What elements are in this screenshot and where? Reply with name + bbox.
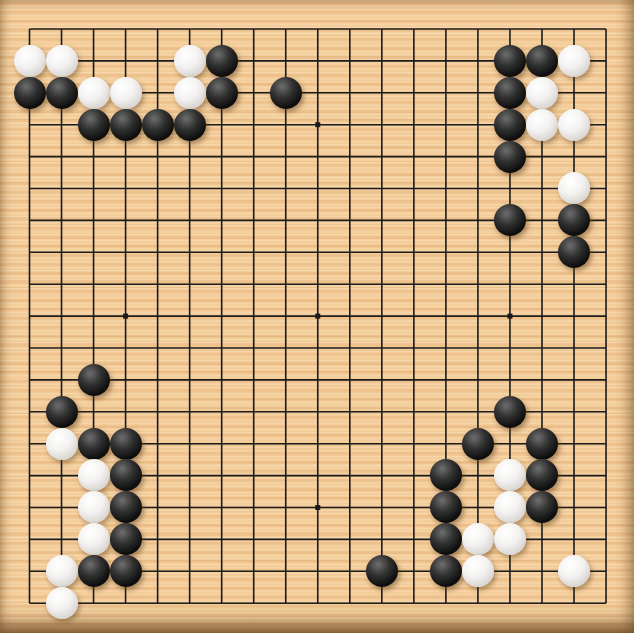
intersection-H18[interactable] — [238, 45, 270, 77]
intersection-L10[interactable] — [334, 300, 366, 332]
intersection-D13[interactable] — [110, 204, 142, 236]
intersection-E17[interactable] — [142, 77, 174, 109]
intersection-T5[interactable] — [590, 459, 622, 491]
intersection-Q16[interactable] — [494, 109, 526, 141]
intersection-H11[interactable] — [238, 268, 270, 300]
intersection-F19[interactable] — [174, 13, 206, 45]
intersection-K11[interactable] — [302, 268, 334, 300]
intersection-G17[interactable] — [206, 77, 238, 109]
intersection-G2[interactable] — [206, 555, 238, 587]
intersection-P10[interactable] — [462, 300, 494, 332]
intersection-D11[interactable] — [110, 268, 142, 300]
intersection-J14[interactable] — [270, 172, 302, 204]
intersection-K3[interactable] — [302, 523, 334, 555]
intersection-O2[interactable] — [430, 555, 462, 587]
intersection-T19[interactable] — [590, 13, 622, 45]
intersection-F4[interactable] — [174, 491, 206, 523]
intersection-A8[interactable] — [14, 364, 46, 396]
intersection-N5[interactable] — [398, 459, 430, 491]
intersection-J7[interactable] — [270, 396, 302, 428]
intersection-K16[interactable] — [302, 109, 334, 141]
intersection-T1[interactable] — [590, 587, 622, 619]
intersection-H6[interactable] — [238, 428, 270, 460]
intersection-N6[interactable] — [398, 428, 430, 460]
intersection-O8[interactable] — [430, 364, 462, 396]
intersection-C8[interactable] — [78, 364, 110, 396]
intersection-A1[interactable] — [14, 587, 46, 619]
intersection-E16[interactable] — [142, 109, 174, 141]
intersection-R5[interactable] — [526, 459, 558, 491]
intersection-D15[interactable] — [110, 141, 142, 173]
intersection-K1[interactable] — [302, 587, 334, 619]
intersection-A3[interactable] — [14, 523, 46, 555]
intersection-D7[interactable] — [110, 396, 142, 428]
intersection-D3[interactable] — [110, 523, 142, 555]
intersection-M18[interactable] — [366, 45, 398, 77]
intersection-P14[interactable] — [462, 172, 494, 204]
intersection-O3[interactable] — [430, 523, 462, 555]
intersection-N8[interactable] — [398, 364, 430, 396]
intersection-E11[interactable] — [142, 268, 174, 300]
intersection-P16[interactable] — [462, 109, 494, 141]
intersection-B4[interactable] — [46, 491, 78, 523]
intersection-K7[interactable] — [302, 396, 334, 428]
intersection-B11[interactable] — [46, 268, 78, 300]
intersection-B5[interactable] — [46, 459, 78, 491]
intersection-J2[interactable] — [270, 555, 302, 587]
intersection-H2[interactable] — [238, 555, 270, 587]
intersection-J13[interactable] — [270, 204, 302, 236]
intersection-F9[interactable] — [174, 332, 206, 364]
intersection-Q11[interactable] — [494, 268, 526, 300]
intersection-O9[interactable] — [430, 332, 462, 364]
intersection-Q9[interactable] — [494, 332, 526, 364]
intersection-M16[interactable] — [366, 109, 398, 141]
intersection-F8[interactable] — [174, 364, 206, 396]
intersection-E6[interactable] — [142, 428, 174, 460]
intersection-L2[interactable] — [334, 555, 366, 587]
intersection-J4[interactable] — [270, 491, 302, 523]
intersection-S2[interactable] — [558, 555, 590, 587]
intersection-S8[interactable] — [558, 364, 590, 396]
intersection-A5[interactable] — [14, 459, 46, 491]
intersection-Q15[interactable] — [494, 141, 526, 173]
intersection-J9[interactable] — [270, 332, 302, 364]
intersection-R12[interactable] — [526, 236, 558, 268]
intersection-H13[interactable] — [238, 204, 270, 236]
intersection-J19[interactable] — [270, 13, 302, 45]
intersection-C5[interactable] — [78, 459, 110, 491]
intersection-L11[interactable] — [334, 268, 366, 300]
intersection-G5[interactable] — [206, 459, 238, 491]
intersection-B15[interactable] — [46, 141, 78, 173]
intersection-T16[interactable] — [590, 109, 622, 141]
intersection-J6[interactable] — [270, 428, 302, 460]
intersection-C7[interactable] — [78, 396, 110, 428]
intersection-K17[interactable] — [302, 77, 334, 109]
intersection-M5[interactable] — [366, 459, 398, 491]
intersection-B9[interactable] — [46, 332, 78, 364]
intersection-B18[interactable] — [46, 45, 78, 77]
intersection-C1[interactable] — [78, 587, 110, 619]
intersection-F12[interactable] — [174, 236, 206, 268]
intersection-P19[interactable] — [462, 13, 494, 45]
intersection-Q3[interactable] — [494, 523, 526, 555]
intersection-G4[interactable] — [206, 491, 238, 523]
intersection-D17[interactable] — [110, 77, 142, 109]
intersection-O1[interactable] — [430, 587, 462, 619]
intersection-E5[interactable] — [142, 459, 174, 491]
intersection-A11[interactable] — [14, 268, 46, 300]
intersection-D12[interactable] — [110, 236, 142, 268]
intersection-F18[interactable] — [174, 45, 206, 77]
intersection-M14[interactable] — [366, 172, 398, 204]
intersection-J5[interactable] — [270, 459, 302, 491]
intersection-L14[interactable] — [334, 172, 366, 204]
intersection-N16[interactable] — [398, 109, 430, 141]
intersection-R6[interactable] — [526, 428, 558, 460]
intersection-J11[interactable] — [270, 268, 302, 300]
intersection-R18[interactable] — [526, 45, 558, 77]
intersection-E14[interactable] — [142, 172, 174, 204]
intersection-J16[interactable] — [270, 109, 302, 141]
intersection-C17[interactable] — [78, 77, 110, 109]
intersection-B3[interactable] — [46, 523, 78, 555]
intersection-A4[interactable] — [14, 491, 46, 523]
intersection-L18[interactable] — [334, 45, 366, 77]
intersection-O19[interactable] — [430, 13, 462, 45]
intersection-R7[interactable] — [526, 396, 558, 428]
intersection-E10[interactable] — [142, 300, 174, 332]
intersection-H10[interactable] — [238, 300, 270, 332]
intersection-N17[interactable] — [398, 77, 430, 109]
intersection-A12[interactable] — [14, 236, 46, 268]
intersection-L19[interactable] — [334, 13, 366, 45]
intersection-T18[interactable] — [590, 45, 622, 77]
intersection-R15[interactable] — [526, 141, 558, 173]
intersection-M13[interactable] — [366, 204, 398, 236]
intersection-T3[interactable] — [590, 523, 622, 555]
intersection-P2[interactable] — [462, 555, 494, 587]
intersection-A10[interactable] — [14, 300, 46, 332]
intersection-O5[interactable] — [430, 459, 462, 491]
intersection-T11[interactable] — [590, 268, 622, 300]
intersection-S6[interactable] — [558, 428, 590, 460]
intersection-Q18[interactable] — [494, 45, 526, 77]
intersection-D8[interactable] — [110, 364, 142, 396]
intersection-E13[interactable] — [142, 204, 174, 236]
intersection-C18[interactable] — [78, 45, 110, 77]
intersection-S14[interactable] — [558, 172, 590, 204]
intersection-Q4[interactable] — [494, 491, 526, 523]
intersection-C11[interactable] — [78, 268, 110, 300]
intersection-R16[interactable] — [526, 109, 558, 141]
intersection-Q10[interactable] — [494, 300, 526, 332]
intersection-F5[interactable] — [174, 459, 206, 491]
intersection-H12[interactable] — [238, 236, 270, 268]
intersection-R13[interactable] — [526, 204, 558, 236]
intersection-S7[interactable] — [558, 396, 590, 428]
intersection-S13[interactable] — [558, 204, 590, 236]
intersection-K19[interactable] — [302, 13, 334, 45]
intersection-K10[interactable] — [302, 300, 334, 332]
intersection-H9[interactable] — [238, 332, 270, 364]
intersection-K5[interactable] — [302, 459, 334, 491]
intersection-R9[interactable] — [526, 332, 558, 364]
intersection-B10[interactable] — [46, 300, 78, 332]
intersection-H8[interactable] — [238, 364, 270, 396]
intersection-S11[interactable] — [558, 268, 590, 300]
intersection-O10[interactable] — [430, 300, 462, 332]
intersection-C10[interactable] — [78, 300, 110, 332]
intersection-L1[interactable] — [334, 587, 366, 619]
intersection-K18[interactable] — [302, 45, 334, 77]
intersection-T13[interactable] — [590, 204, 622, 236]
intersection-B1[interactable] — [46, 587, 78, 619]
intersection-K14[interactable] — [302, 172, 334, 204]
intersection-B7[interactable] — [46, 396, 78, 428]
intersection-E4[interactable] — [142, 491, 174, 523]
intersection-J1[interactable] — [270, 587, 302, 619]
intersection-J15[interactable] — [270, 141, 302, 173]
intersection-H14[interactable] — [238, 172, 270, 204]
intersection-T12[interactable] — [590, 236, 622, 268]
intersection-M2[interactable] — [366, 555, 398, 587]
intersection-L8[interactable] — [334, 364, 366, 396]
intersection-M8[interactable] — [366, 364, 398, 396]
intersection-O14[interactable] — [430, 172, 462, 204]
intersection-S17[interactable] — [558, 77, 590, 109]
intersection-P17[interactable] — [462, 77, 494, 109]
intersection-C4[interactable] — [78, 491, 110, 523]
intersection-K2[interactable] — [302, 555, 334, 587]
intersection-G15[interactable] — [206, 141, 238, 173]
intersection-T10[interactable] — [590, 300, 622, 332]
intersection-L15[interactable] — [334, 141, 366, 173]
intersection-N4[interactable] — [398, 491, 430, 523]
intersection-N1[interactable] — [398, 587, 430, 619]
intersection-A19[interactable] — [14, 13, 46, 45]
intersection-G6[interactable] — [206, 428, 238, 460]
intersection-P13[interactable] — [462, 204, 494, 236]
intersection-T4[interactable] — [590, 491, 622, 523]
intersection-R14[interactable] — [526, 172, 558, 204]
intersection-P5[interactable] — [462, 459, 494, 491]
intersection-S16[interactable] — [558, 109, 590, 141]
intersection-O7[interactable] — [430, 396, 462, 428]
intersection-O18[interactable] — [430, 45, 462, 77]
intersection-T14[interactable] — [590, 172, 622, 204]
intersection-C14[interactable] — [78, 172, 110, 204]
intersection-Q2[interactable] — [494, 555, 526, 587]
intersection-Q6[interactable] — [494, 428, 526, 460]
intersection-K4[interactable] — [302, 491, 334, 523]
intersection-R19[interactable] — [526, 13, 558, 45]
intersection-N10[interactable] — [398, 300, 430, 332]
intersection-G13[interactable] — [206, 204, 238, 236]
intersection-T6[interactable] — [590, 428, 622, 460]
intersection-P9[interactable] — [462, 332, 494, 364]
intersection-F15[interactable] — [174, 141, 206, 173]
intersection-E8[interactable] — [142, 364, 174, 396]
intersection-M10[interactable] — [366, 300, 398, 332]
intersection-A7[interactable] — [14, 396, 46, 428]
intersection-G9[interactable] — [206, 332, 238, 364]
intersection-J3[interactable] — [270, 523, 302, 555]
intersection-B8[interactable] — [46, 364, 78, 396]
intersection-P3[interactable] — [462, 523, 494, 555]
intersection-M1[interactable] — [366, 587, 398, 619]
intersection-R10[interactable] — [526, 300, 558, 332]
intersection-T9[interactable] — [590, 332, 622, 364]
intersection-H7[interactable] — [238, 396, 270, 428]
intersection-B2[interactable] — [46, 555, 78, 587]
intersection-S15[interactable] — [558, 141, 590, 173]
intersection-F17[interactable] — [174, 77, 206, 109]
intersection-N19[interactable] — [398, 13, 430, 45]
intersection-T8[interactable] — [590, 364, 622, 396]
intersection-L6[interactable] — [334, 428, 366, 460]
intersection-Q5[interactable] — [494, 459, 526, 491]
intersection-E2[interactable] — [142, 555, 174, 587]
intersection-O4[interactable] — [430, 491, 462, 523]
intersection-N11[interactable] — [398, 268, 430, 300]
intersection-J12[interactable] — [270, 236, 302, 268]
intersection-A13[interactable] — [14, 204, 46, 236]
intersection-D9[interactable] — [110, 332, 142, 364]
intersection-F2[interactable] — [174, 555, 206, 587]
intersection-R3[interactable] — [526, 523, 558, 555]
intersection-E7[interactable] — [142, 396, 174, 428]
intersection-F11[interactable] — [174, 268, 206, 300]
intersection-L7[interactable] — [334, 396, 366, 428]
intersection-D6[interactable] — [110, 428, 142, 460]
intersection-C16[interactable] — [78, 109, 110, 141]
intersection-G10[interactable] — [206, 300, 238, 332]
intersection-C3[interactable] — [78, 523, 110, 555]
intersection-F7[interactable] — [174, 396, 206, 428]
intersection-K8[interactable] — [302, 364, 334, 396]
intersection-Q8[interactable] — [494, 364, 526, 396]
intersection-Q19[interactable] — [494, 13, 526, 45]
intersection-F10[interactable] — [174, 300, 206, 332]
intersection-A2[interactable] — [14, 555, 46, 587]
intersection-P11[interactable] — [462, 268, 494, 300]
intersection-A6[interactable] — [14, 428, 46, 460]
intersection-H1[interactable] — [238, 587, 270, 619]
intersection-P1[interactable] — [462, 587, 494, 619]
intersection-F6[interactable] — [174, 428, 206, 460]
intersection-A15[interactable] — [14, 141, 46, 173]
intersection-N2[interactable] — [398, 555, 430, 587]
intersection-S1[interactable] — [558, 587, 590, 619]
intersection-M9[interactable] — [366, 332, 398, 364]
intersection-D16[interactable] — [110, 109, 142, 141]
intersection-J10[interactable] — [270, 300, 302, 332]
intersection-R8[interactable] — [526, 364, 558, 396]
intersection-E3[interactable] — [142, 523, 174, 555]
intersection-L5[interactable] — [334, 459, 366, 491]
intersection-M17[interactable] — [366, 77, 398, 109]
intersection-M3[interactable] — [366, 523, 398, 555]
intersection-R1[interactable] — [526, 587, 558, 619]
intersection-E18[interactable] — [142, 45, 174, 77]
intersection-G18[interactable] — [206, 45, 238, 77]
intersection-G3[interactable] — [206, 523, 238, 555]
intersection-S4[interactable] — [558, 491, 590, 523]
intersection-C15[interactable] — [78, 141, 110, 173]
intersection-M6[interactable] — [366, 428, 398, 460]
intersection-Q7[interactable] — [494, 396, 526, 428]
intersection-D1[interactable] — [110, 587, 142, 619]
intersection-R11[interactable] — [526, 268, 558, 300]
intersection-B13[interactable] — [46, 204, 78, 236]
intersection-N9[interactable] — [398, 332, 430, 364]
intersection-M7[interactable] — [366, 396, 398, 428]
intersection-F13[interactable] — [174, 204, 206, 236]
intersection-S19[interactable] — [558, 13, 590, 45]
intersection-L17[interactable] — [334, 77, 366, 109]
intersection-F3[interactable] — [174, 523, 206, 555]
intersection-E19[interactable] — [142, 13, 174, 45]
intersection-P8[interactable] — [462, 364, 494, 396]
intersection-J18[interactable] — [270, 45, 302, 77]
intersection-N7[interactable] — [398, 396, 430, 428]
intersection-H19[interactable] — [238, 13, 270, 45]
intersection-B6[interactable] — [46, 428, 78, 460]
intersection-M19[interactable] — [366, 13, 398, 45]
intersection-H15[interactable] — [238, 141, 270, 173]
intersection-N14[interactable] — [398, 172, 430, 204]
intersection-S5[interactable] — [558, 459, 590, 491]
intersection-N13[interactable] — [398, 204, 430, 236]
intersection-M11[interactable] — [366, 268, 398, 300]
intersection-O11[interactable] — [430, 268, 462, 300]
intersection-L16[interactable] — [334, 109, 366, 141]
intersection-L4[interactable] — [334, 491, 366, 523]
intersection-C12[interactable] — [78, 236, 110, 268]
intersection-Q14[interactable] — [494, 172, 526, 204]
intersection-L9[interactable] — [334, 332, 366, 364]
intersection-N3[interactable] — [398, 523, 430, 555]
intersection-K15[interactable] — [302, 141, 334, 173]
intersection-G7[interactable] — [206, 396, 238, 428]
intersection-K13[interactable] — [302, 204, 334, 236]
intersection-O16[interactable] — [430, 109, 462, 141]
intersection-O13[interactable] — [430, 204, 462, 236]
intersection-G11[interactable] — [206, 268, 238, 300]
intersection-R2[interactable] — [526, 555, 558, 587]
intersection-S12[interactable] — [558, 236, 590, 268]
intersection-T17[interactable] — [590, 77, 622, 109]
intersection-E15[interactable] — [142, 141, 174, 173]
intersection-D2[interactable] — [110, 555, 142, 587]
intersection-B12[interactable] — [46, 236, 78, 268]
intersection-P4[interactable] — [462, 491, 494, 523]
intersection-C19[interactable] — [78, 13, 110, 45]
intersection-L12[interactable] — [334, 236, 366, 268]
intersection-D10[interactable] — [110, 300, 142, 332]
intersection-N18[interactable] — [398, 45, 430, 77]
intersection-S3[interactable] — [558, 523, 590, 555]
intersection-B16[interactable] — [46, 109, 78, 141]
intersection-L3[interactable] — [334, 523, 366, 555]
intersection-L13[interactable] — [334, 204, 366, 236]
intersection-H16[interactable] — [238, 109, 270, 141]
intersection-M12[interactable] — [366, 236, 398, 268]
intersection-T2[interactable] — [590, 555, 622, 587]
intersection-F14[interactable] — [174, 172, 206, 204]
